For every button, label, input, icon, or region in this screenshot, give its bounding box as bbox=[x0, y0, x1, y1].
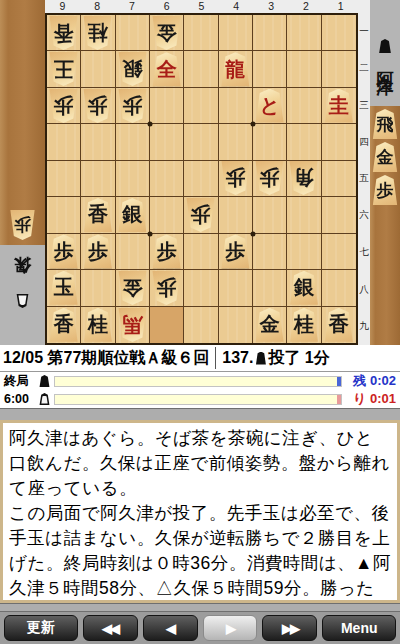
board-cell-2五[interactable]: 角 bbox=[287, 161, 321, 197]
piece-sente-lance[interactable]: 香 bbox=[323, 308, 354, 342]
file-label: 8 bbox=[80, 0, 115, 13]
board-cell-9七[interactable]: 歩 bbox=[47, 234, 81, 270]
piece-gote-pawn[interactable]: 歩 bbox=[151, 271, 182, 305]
file-label: 2 bbox=[288, 0, 323, 13]
hand-piece-row: 飛 bbox=[372, 109, 399, 139]
board-cell-2七[interactable] bbox=[287, 234, 321, 270]
board-cell-8二[interactable] bbox=[81, 51, 115, 87]
board-cell-7二[interactable]: 銀 bbox=[116, 51, 150, 87]
board-cell-3五[interactable]: 歩 bbox=[253, 161, 287, 197]
piece-sente-prom-silver[interactable]: 全 bbox=[151, 52, 182, 86]
file-label: 5 bbox=[184, 0, 219, 13]
board-cell-9五[interactable] bbox=[47, 161, 81, 197]
piece-gote-horse[interactable]: 馬 bbox=[117, 308, 148, 342]
hand-piece-row: 歩 bbox=[9, 210, 36, 240]
board-cell-7九[interactable]: 馬 bbox=[116, 307, 150, 343]
piece-sente-lance[interactable]: 香 bbox=[48, 308, 79, 342]
board-cell-2三[interactable] bbox=[287, 88, 321, 124]
shogi-board[interactable]: 香桂金王銀全龍歩歩歩と圭歩歩角香銀歩歩歩歩歩玉金歩銀香桂馬金桂香 bbox=[45, 13, 358, 345]
board-cell-4六[interactable] bbox=[219, 197, 253, 233]
piece-gote-pawn[interactable]: 歩 bbox=[117, 89, 148, 123]
clock-time: り 0:01 bbox=[346, 390, 398, 408]
piece-sente-pawn[interactable]: 歩 bbox=[372, 175, 399, 205]
rank-label: 三 bbox=[358, 87, 370, 124]
time-bar bbox=[54, 394, 342, 405]
event-label: 12/05 第77期順位戦Ａ級６回 bbox=[3, 348, 209, 369]
board-cell-6三[interactable] bbox=[150, 88, 184, 124]
time-bar-remaining bbox=[337, 395, 341, 404]
board-cell-4二[interactable]: 龍 bbox=[219, 51, 253, 87]
menu-button[interactable]: Menu bbox=[322, 615, 396, 641]
piece-sente-knight[interactable]: 桂 bbox=[82, 308, 113, 342]
white-piece-icon bbox=[16, 294, 29, 308]
piece-gote-pawn[interactable]: 歩 bbox=[185, 198, 216, 232]
board-cell-6二[interactable]: 全 bbox=[150, 51, 184, 87]
clock-time: 残 0:02 bbox=[346, 372, 398, 390]
sente-player-name: 阿久津 bbox=[377, 58, 394, 67]
gote-side-strip: 歩 久保 bbox=[0, 0, 45, 345]
piece-sente-king[interactable]: 玉 bbox=[48, 271, 79, 305]
separator bbox=[0, 603, 400, 612]
white-piece-icon bbox=[39, 393, 50, 405]
rank-label: 八 bbox=[358, 271, 370, 308]
clock-row: 6:00り 0:01 bbox=[2, 391, 398, 407]
move-text: 投了 1分 bbox=[268, 348, 329, 369]
black-piece-icon bbox=[255, 352, 266, 365]
star-point bbox=[251, 231, 256, 236]
board-cell-3八[interactable] bbox=[253, 270, 287, 306]
rank-label: 一 bbox=[358, 13, 370, 50]
piece-gote-king[interactable]: 王 bbox=[48, 52, 79, 86]
hand-piece-row: 金 bbox=[372, 142, 399, 172]
board-cell-1七[interactable] bbox=[322, 234, 356, 270]
file-label: 1 bbox=[323, 0, 358, 13]
file-label: 6 bbox=[149, 0, 184, 13]
board-column: 987654321 香桂金王銀全龍歩歩歩と圭歩歩角香銀歩歩歩歩歩玉金歩銀香桂馬金… bbox=[45, 0, 358, 345]
file-label: 4 bbox=[219, 0, 254, 13]
piece-sente-pawn[interactable]: 歩 bbox=[48, 234, 79, 268]
piece-sente-prom-knight[interactable]: 圭 bbox=[323, 89, 354, 123]
clock-panel: 終局残 0:026:00り 0:01 bbox=[0, 372, 400, 408]
piece-gote-pawn[interactable]: 歩 bbox=[82, 89, 113, 123]
board-cell-6四[interactable] bbox=[150, 124, 184, 160]
piece-gote-pawn[interactable]: 歩 bbox=[220, 161, 251, 195]
file-label: 9 bbox=[45, 0, 80, 13]
clock-label: 終局 bbox=[2, 373, 35, 390]
board-cell-1一[interactable] bbox=[322, 15, 356, 51]
rank-label: 四 bbox=[358, 124, 370, 161]
board-cell-8五[interactable] bbox=[81, 161, 115, 197]
board-cell-1三[interactable]: 圭 bbox=[322, 88, 356, 124]
file-label: 7 bbox=[115, 0, 150, 13]
rank-label: 七 bbox=[358, 234, 370, 271]
file-label: 3 bbox=[254, 0, 289, 13]
board-cell-7八[interactable]: 金 bbox=[116, 270, 150, 306]
divider bbox=[215, 347, 216, 369]
piece-gote-gold[interactable]: 金 bbox=[151, 16, 182, 50]
commentary-paragraph: この局面で阿久津が投了。先手玉は必至で、後手玉は詰まない。久保が逆転勝ちで２勝目… bbox=[9, 501, 391, 603]
piece-gote-knight[interactable]: 桂 bbox=[82, 16, 113, 50]
board-cell-7四[interactable] bbox=[116, 124, 150, 160]
board-cell-3七[interactable] bbox=[253, 234, 287, 270]
piece-gote-silver[interactable]: 銀 bbox=[117, 52, 148, 86]
board-cell-3三[interactable]: と bbox=[253, 88, 287, 124]
piece-gote-lance[interactable]: 香 bbox=[48, 16, 79, 50]
board-cell-2六[interactable] bbox=[287, 197, 321, 233]
board-cell-8三[interactable]: 歩 bbox=[81, 88, 115, 124]
piece-sente-pawn[interactable]: 歩 bbox=[82, 234, 113, 268]
piece-gote-pawn[interactable]: 歩 bbox=[48, 89, 79, 123]
board-cell-5二[interactable] bbox=[184, 51, 218, 87]
file-coordinates: 987654321 bbox=[45, 0, 358, 13]
board-cell-4一[interactable] bbox=[219, 15, 253, 51]
piece-gote-gold[interactable]: 金 bbox=[117, 271, 148, 305]
gote-captured-tray[interactable]: 歩 bbox=[0, 0, 45, 245]
rank-label: 九 bbox=[358, 308, 370, 345]
board-cell-5五[interactable] bbox=[184, 161, 218, 197]
board-cell-9六[interactable] bbox=[47, 197, 81, 233]
board-cell-1九[interactable]: 香 bbox=[322, 307, 356, 343]
time-bar bbox=[54, 376, 342, 387]
gote-name-panel: 久保 bbox=[0, 245, 45, 345]
board-cell-8一[interactable]: 桂 bbox=[81, 15, 115, 51]
board-cell-5一[interactable] bbox=[184, 15, 218, 51]
board-cell-7七[interactable] bbox=[116, 234, 150, 270]
board-cell-4七[interactable]: 歩 bbox=[219, 234, 253, 270]
sente-captured-tray[interactable]: 飛金歩5 bbox=[370, 106, 400, 345]
rank-coordinates: 一二三四五六七八九 bbox=[358, 0, 370, 345]
clock-row: 終局残 0:02 bbox=[2, 373, 398, 389]
board-cell-4八[interactable] bbox=[219, 270, 253, 306]
piece-sente-tokin[interactable]: と bbox=[254, 89, 285, 123]
piece-sente-gold[interactable]: 金 bbox=[254, 308, 285, 342]
board-cell-9一[interactable]: 香 bbox=[47, 15, 81, 51]
board-cell-9八[interactable]: 玉 bbox=[47, 270, 81, 306]
board-cell-2一[interactable] bbox=[287, 15, 321, 51]
board-cell-5六[interactable]: 歩 bbox=[184, 197, 218, 233]
piece-sente-lance[interactable]: 香 bbox=[82, 198, 113, 232]
board-cell-7一[interactable] bbox=[116, 15, 150, 51]
game-info-bar: 12/05 第77期順位戦Ａ級６回 137. 投了 1分 bbox=[0, 345, 400, 372]
rank-label: 六 bbox=[358, 197, 370, 234]
update-button[interactable]: 更新 bbox=[4, 615, 78, 641]
piece-sente-dragon[interactable]: 龍 bbox=[220, 52, 251, 86]
piece-sente-pawn[interactable]: 歩 bbox=[151, 234, 182, 268]
piece-gote-pawn[interactable]: 歩 bbox=[9, 210, 36, 240]
time-bar-remaining bbox=[337, 377, 341, 386]
board-cell-8六[interactable]: 香 bbox=[81, 197, 115, 233]
board-cell-6七[interactable]: 歩 bbox=[150, 234, 184, 270]
rank-label: 五 bbox=[358, 161, 370, 198]
board-zone: 歩 久保 987654321 香桂金王銀全龍歩歩歩と圭歩歩角香銀歩歩歩歩歩玉金歩… bbox=[0, 0, 400, 345]
board-cell-5四[interactable] bbox=[184, 124, 218, 160]
step-back-button[interactable]: ◀ bbox=[143, 615, 198, 641]
board-cell-1五[interactable] bbox=[322, 161, 356, 197]
star-point bbox=[148, 122, 153, 127]
board-cell-6五[interactable] bbox=[150, 161, 184, 197]
board-cell-9四[interactable] bbox=[47, 124, 81, 160]
board-cell-5七[interactable] bbox=[184, 234, 218, 270]
move-number: 137. bbox=[222, 349, 253, 367]
gote-player-name: 久保 bbox=[14, 283, 31, 289]
board-cell-6九[interactable] bbox=[150, 307, 184, 343]
board-cell-1六[interactable] bbox=[322, 197, 356, 233]
board-cell-9三[interactable]: 歩 bbox=[47, 88, 81, 124]
board-cell-3六[interactable] bbox=[253, 197, 287, 233]
commentary-panel[interactable]: 阿久津はあぐら。そば茶を茶碗に注ぎ、ひと口飲んだ。久保は正座で前傾姿勢。盤から離… bbox=[0, 420, 400, 603]
sente-name-panel: 阿久津 bbox=[370, 0, 400, 106]
piece-sente-gold[interactable]: 金 bbox=[372, 142, 399, 172]
piece-sente-silver[interactable]: 銀 bbox=[288, 271, 319, 305]
rank-label: 二 bbox=[358, 50, 370, 87]
star-point bbox=[251, 122, 256, 127]
sente-side-strip: 阿久津 飛金歩5 bbox=[370, 0, 400, 345]
separator bbox=[0, 408, 400, 420]
piece-sente-rook[interactable]: 飛 bbox=[372, 109, 399, 139]
app-screen: 歩 久保 987654321 香桂金王銀全龍歩歩歩と圭歩歩角香銀歩歩歩歩歩玉金歩… bbox=[0, 0, 400, 644]
board-cell-5三[interactable] bbox=[184, 88, 218, 124]
hand-piece-row: 歩5 bbox=[372, 175, 399, 205]
board-cell-6一[interactable]: 金 bbox=[150, 15, 184, 51]
board-cell-8八[interactable] bbox=[81, 270, 115, 306]
black-piece-icon bbox=[379, 39, 392, 53]
board-cell-9二[interactable]: 王 bbox=[47, 51, 81, 87]
board-cell-5八[interactable] bbox=[184, 270, 218, 306]
board-cell-2二[interactable] bbox=[287, 51, 321, 87]
forward-to-end-button[interactable]: ▶▶ bbox=[262, 615, 317, 641]
board-cell-5九[interactable] bbox=[184, 307, 218, 343]
board-cell-6八[interactable]: 歩 bbox=[150, 270, 184, 306]
board-cell-4四[interactable] bbox=[219, 124, 253, 160]
board-cell-4三[interactable] bbox=[219, 88, 253, 124]
board-cell-8七[interactable]: 歩 bbox=[81, 234, 115, 270]
star-point bbox=[148, 231, 153, 236]
piece-gote-pawn[interactable]: 歩 bbox=[254, 161, 285, 195]
step-forward-button[interactable]: ▶ bbox=[203, 615, 258, 641]
board-cell-1四[interactable] bbox=[322, 124, 356, 160]
board-cell-2九[interactable]: 桂 bbox=[287, 307, 321, 343]
board-cell-3九[interactable]: 金 bbox=[253, 307, 287, 343]
board-cell-2八[interactable]: 銀 bbox=[287, 270, 321, 306]
piece-sente-pawn[interactable]: 歩 bbox=[220, 234, 251, 268]
board-cell-3四[interactable] bbox=[253, 124, 287, 160]
board-cell-1八[interactable] bbox=[322, 270, 356, 306]
rewind-to-start-button[interactable]: ◀◀ bbox=[83, 615, 138, 641]
piece-sente-knight[interactable]: 桂 bbox=[288, 308, 319, 342]
bottom-toolbar: 更新 ◀◀ ◀ ▶ ▶▶ Menu bbox=[0, 612, 400, 644]
piece-sente-silver[interactable]: 銀 bbox=[117, 198, 148, 232]
board-cell-7三[interactable]: 歩 bbox=[116, 88, 150, 124]
board-cell-3一[interactable] bbox=[253, 15, 287, 51]
clock-label: 6:00 bbox=[2, 392, 35, 406]
board-cell-7五[interactable] bbox=[116, 161, 150, 197]
board-cell-4九[interactable] bbox=[219, 307, 253, 343]
black-piece-icon bbox=[39, 375, 50, 387]
board-cell-8四[interactable] bbox=[81, 124, 115, 160]
board-cell-1二[interactable] bbox=[322, 51, 356, 87]
piece-gote-bishop[interactable]: 角 bbox=[288, 161, 319, 195]
board-cell-4五[interactable]: 歩 bbox=[219, 161, 253, 197]
board-cell-9九[interactable]: 香 bbox=[47, 307, 81, 343]
board-cell-7六[interactable]: 銀 bbox=[116, 197, 150, 233]
board-cell-8九[interactable]: 桂 bbox=[81, 307, 115, 343]
board-cell-6六[interactable] bbox=[150, 197, 184, 233]
board-cell-3二[interactable] bbox=[253, 51, 287, 87]
board-cell-2四[interactable] bbox=[287, 124, 321, 160]
commentary-paragraph: 阿久津はあぐら。そば茶を茶碗に注ぎ、ひと口飲んだ。久保は正座で前傾姿勢。盤から離… bbox=[9, 426, 391, 501]
